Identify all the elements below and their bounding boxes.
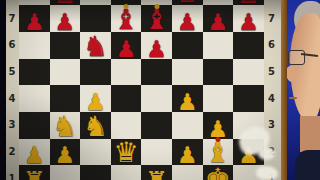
square-d5 [111, 59, 142, 86]
square-d6: ♟ [111, 32, 142, 59]
screen-left-dark-band [0, 0, 6, 180]
bishop-tip-ball [215, 137, 220, 142]
square-h5 [233, 59, 264, 86]
square-d2: ♛ [111, 139, 142, 166]
piece-yellow-bishop-g2: ♝ [203, 139, 234, 167]
square-f6 [172, 32, 203, 59]
rank-label-right-4: 4 [265, 93, 279, 104]
piece-yellow-rook-a1: ♜ [19, 168, 50, 180]
square-g4 [203, 85, 234, 112]
piece-red-bishop-d7: ♝ [111, 6, 142, 34]
square-c6: ♞ [80, 32, 111, 59]
square-f5 [172, 59, 203, 86]
square-b4 [50, 85, 81, 112]
rank-label-right-6: 6 [265, 39, 279, 50]
square-d3 [111, 112, 142, 139]
square-c4: ♟ [80, 85, 111, 112]
piece-red-pawn-b7: ♟ [50, 11, 81, 34]
square-a5 [19, 59, 50, 86]
piece-red-pawn-h7: ♟ [233, 11, 264, 34]
square-b5 [50, 59, 81, 86]
square-c7 [80, 5, 111, 32]
studio-background [287, 0, 320, 180]
square-e5 [141, 59, 172, 86]
square-f7: ♟ [172, 5, 203, 32]
square-f4: ♟ [172, 85, 203, 112]
square-g1: ♚ [203, 165, 234, 180]
tv-chess-broadcast-frame: ♜♚♜♟♟♝♝♟♟♟♞♟♟♟♟♞♞♟♟♟♛♟♝♟♜♜♚ 887766554433… [0, 0, 320, 180]
square-e3 [141, 112, 172, 139]
square-g2: ♝ [203, 139, 234, 166]
square-d1 [111, 165, 142, 180]
square-e1: ♜ [141, 165, 172, 180]
piece-yellow-pawn-b2: ♟ [50, 144, 81, 167]
square-c5 [80, 59, 111, 86]
square-a1: ♜ [19, 165, 50, 180]
presenter-shoulder [295, 150, 320, 180]
square-h4 [233, 85, 264, 112]
piece-red-knight-c6: ♞ [80, 33, 111, 61]
piece-yellow-pawn-f2: ♟ [172, 144, 203, 167]
piece-red-pawn-e6: ♟ [141, 38, 172, 61]
bishop-tip-ball [124, 4, 129, 9]
square-c2 [80, 139, 111, 166]
square-e6: ♟ [141, 32, 172, 59]
square-f2: ♟ [172, 139, 203, 166]
presenter-neck [300, 116, 320, 152]
piece-yellow-queen-d2: ♛ [111, 139, 142, 167]
square-h7: ♟ [233, 5, 264, 32]
square-f1 [172, 165, 203, 180]
piece-red-bishop-e7: ♝ [141, 6, 172, 34]
piece-yellow-pawn-c4: ♟ [80, 91, 111, 114]
presenter-hand-finger [258, 147, 275, 160]
rank-label-left-1: 1 [5, 173, 19, 180]
bishop-tip-ball [154, 4, 159, 9]
square-d7: ♝ [111, 5, 142, 32]
square-g7: ♟ [203, 5, 234, 32]
piece-yellow-king-g1: ♚ [203, 165, 234, 180]
square-c3: ♞ [80, 112, 111, 139]
square-g6 [203, 32, 234, 59]
piece-red-pawn-f7: ♟ [172, 11, 203, 34]
rank-label-left-6: 6 [5, 39, 19, 50]
piece-yellow-knight-c3: ♞ [80, 113, 111, 141]
piece-red-pawn-g7: ♟ [203, 11, 234, 34]
rank-label-left-5: 5 [5, 66, 19, 77]
square-d4 [111, 85, 142, 112]
square-a3 [19, 112, 50, 139]
square-g3: ♟ [203, 112, 234, 139]
square-a7: ♟ [19, 5, 50, 32]
rank-label-left-7: 7 [5, 13, 19, 24]
square-a6 [19, 32, 50, 59]
square-g5 [203, 59, 234, 86]
rank-label-left-4: 4 [5, 93, 19, 104]
chess-board: ♜♚♜♟♟♝♝♟♟♟♞♟♟♟♟♞♞♟♟♟♛♟♝♟♜♜♚ [19, 0, 264, 180]
presenter-cuff [256, 166, 278, 180]
piece-red-pawn-a7: ♟ [19, 11, 50, 34]
square-a2: ♟ [19, 139, 50, 166]
square-b3: ♞ [50, 112, 81, 139]
piece-yellow-pawn-f4: ♟ [172, 91, 203, 114]
rank-label-right-5: 5 [265, 66, 279, 77]
piece-yellow-pawn-a2: ♟ [19, 144, 50, 167]
piece-yellow-rook-e1: ♜ [141, 168, 172, 180]
presenter-mouth [289, 97, 297, 99]
rank-label-right-7: 7 [265, 13, 279, 24]
square-e7: ♝ [141, 5, 172, 32]
rank-label-left-2: 2 [5, 146, 19, 157]
square-b2: ♟ [50, 139, 81, 166]
square-c1 [80, 165, 111, 180]
piece-red-pawn-d6: ♟ [111, 38, 142, 61]
square-e4 [141, 85, 172, 112]
piece-yellow-pawn-g3: ♟ [203, 118, 234, 141]
square-b1 [50, 165, 81, 180]
square-f3 [172, 112, 203, 139]
rank-label-left-3: 3 [5, 119, 19, 130]
square-b7: ♟ [50, 5, 81, 32]
piece-yellow-knight-b3: ♞ [50, 113, 81, 141]
square-b6 [50, 32, 81, 59]
square-a4 [19, 85, 50, 112]
square-e2 [141, 139, 172, 166]
square-h6 [233, 32, 264, 59]
rank-label-right-3: 3 [265, 119, 279, 130]
